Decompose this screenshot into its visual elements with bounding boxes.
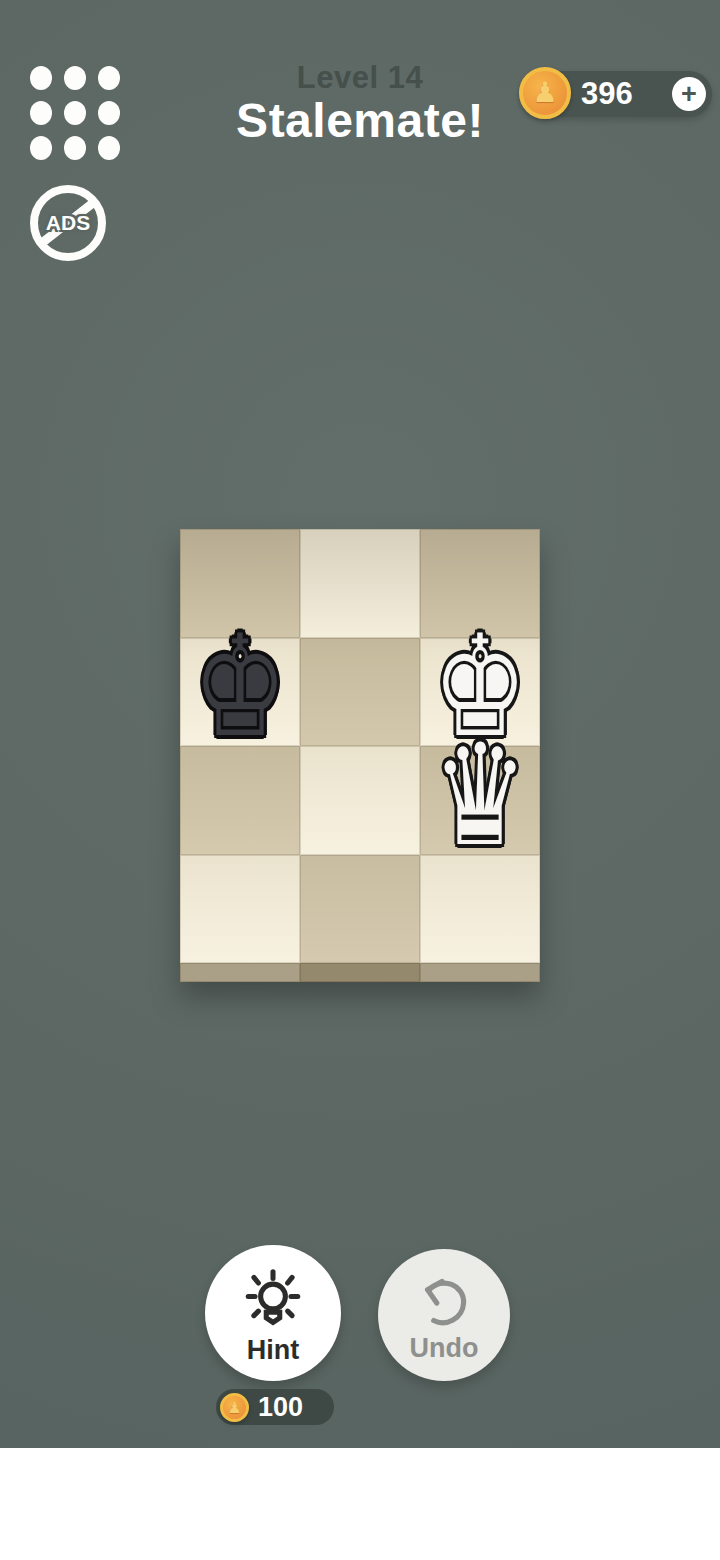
undo-arrow-icon: [411, 1269, 477, 1335]
board-edge-segment: [420, 963, 540, 982]
board-edge: [180, 963, 540, 982]
board-square[interactable]: [300, 746, 420, 855]
board-square[interactable]: [300, 638, 420, 747]
board-edge-segment: [180, 963, 300, 982]
hint-cost-badge: ♟ 100: [216, 1389, 334, 1425]
coin-counter[interactable]: ♟ 396 +: [522, 71, 712, 117]
white-queen[interactable]: ♛: [433, 725, 527, 865]
ad-banner[interactable]: i ✕ HOYOVERSE Genshin Impact 4.2 ★ FREE: [0, 1448, 720, 1560]
no-ads-label: ADS: [30, 185, 106, 261]
lightbulb-icon: [237, 1265, 309, 1337]
board-square[interactable]: [300, 529, 420, 638]
coin-count: 396: [581, 76, 633, 112]
remove-ads-button[interactable]: ADS: [30, 185, 106, 261]
undo-label: Undo: [410, 1333, 479, 1364]
board-container: ♚♚♛: [180, 529, 540, 982]
hint-label: Hint: [247, 1335, 299, 1366]
board-edge-segment: [300, 963, 420, 982]
black-king[interactable]: ♚: [193, 616, 287, 756]
hint-button[interactable]: Hint: [205, 1245, 341, 1381]
board-square[interactable]: [300, 855, 420, 964]
add-coins-button[interactable]: +: [672, 77, 706, 111]
pawn-coin-glyph: ♟: [228, 1400, 241, 1415]
board-square[interactable]: [180, 855, 300, 964]
undo-button[interactable]: Undo: [378, 1249, 510, 1381]
pawn-coin-glyph: ♟: [532, 79, 557, 107]
coin-icon: ♟: [220, 1393, 249, 1422]
hint-cost: 100: [258, 1392, 303, 1423]
coin-icon: ♟: [519, 67, 571, 119]
